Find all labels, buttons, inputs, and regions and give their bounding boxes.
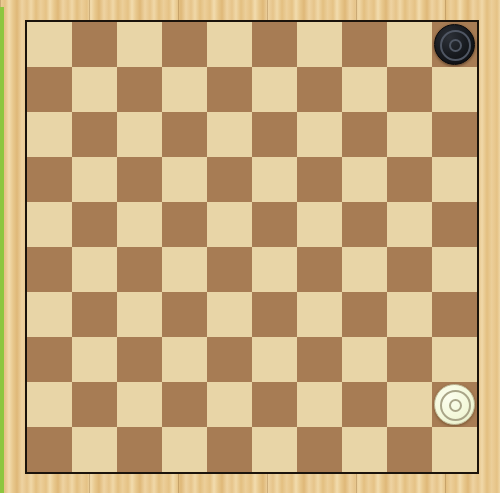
white-man-square-45[interactable] xyxy=(434,384,475,425)
dark-square-43[interactable] xyxy=(252,382,297,427)
dark-square-10[interactable] xyxy=(387,67,432,112)
light-square-r10c6 xyxy=(252,427,297,472)
dark-square-21[interactable] xyxy=(72,202,117,247)
dark-square-20[interactable] xyxy=(387,157,432,202)
dark-square-16[interactable] xyxy=(27,157,72,202)
dark-square-1[interactable] xyxy=(72,22,117,67)
light-square-r9c7 xyxy=(297,382,342,427)
light-square-r7c3 xyxy=(117,292,162,337)
light-square-r7c9 xyxy=(387,292,432,337)
light-square-r8c4 xyxy=(162,337,207,382)
light-square-r2c10 xyxy=(432,67,477,112)
light-square-r5c3 xyxy=(117,202,162,247)
dark-square-6[interactable] xyxy=(27,67,72,112)
dark-square-30[interactable] xyxy=(387,247,432,292)
dark-square-48[interactable] xyxy=(207,427,252,472)
light-square-r9c5 xyxy=(207,382,252,427)
light-square-r5c9 xyxy=(387,202,432,247)
dark-square-47[interactable] xyxy=(117,427,162,472)
light-square-r8c8 xyxy=(342,337,387,382)
light-square-r10c2 xyxy=(72,427,117,472)
dark-square-49[interactable] xyxy=(297,427,342,472)
light-square-r4c8 xyxy=(342,157,387,202)
light-square-r6c8 xyxy=(342,247,387,292)
dark-square-2[interactable] xyxy=(162,22,207,67)
dark-square-23[interactable] xyxy=(252,202,297,247)
dark-square-26[interactable] xyxy=(27,247,72,292)
dark-square-9[interactable] xyxy=(297,67,342,112)
dark-square-39[interactable] xyxy=(297,337,342,382)
light-square-r4c2 xyxy=(72,157,117,202)
dark-square-45[interactable] xyxy=(432,382,477,427)
light-square-r1c5 xyxy=(207,22,252,67)
dark-square-38[interactable] xyxy=(207,337,252,382)
dark-square-36[interactable] xyxy=(27,337,72,382)
light-square-r3c1 xyxy=(27,112,72,157)
dark-square-37[interactable] xyxy=(117,337,162,382)
light-square-r3c3 xyxy=(117,112,162,157)
left-edge-strip xyxy=(0,7,4,493)
dark-square-24[interactable] xyxy=(342,202,387,247)
dark-square-31[interactable] xyxy=(72,292,117,337)
dark-square-44[interactable] xyxy=(342,382,387,427)
dark-square-4[interactable] xyxy=(342,22,387,67)
dark-square-46[interactable] xyxy=(27,427,72,472)
light-square-r7c1 xyxy=(27,292,72,337)
dark-square-28[interactable] xyxy=(207,247,252,292)
light-square-r5c7 xyxy=(297,202,342,247)
light-square-r5c5 xyxy=(207,202,252,247)
light-square-r8c2 xyxy=(72,337,117,382)
light-square-r4c4 xyxy=(162,157,207,202)
dark-square-41[interactable] xyxy=(72,382,117,427)
dark-square-35[interactable] xyxy=(432,292,477,337)
piece-center-circle xyxy=(449,39,462,52)
light-square-r5c1 xyxy=(27,202,72,247)
dark-square-15[interactable] xyxy=(432,112,477,157)
dark-square-8[interactable] xyxy=(207,67,252,112)
black-man-square-5[interactable] xyxy=(434,24,475,65)
dark-square-3[interactable] xyxy=(252,22,297,67)
light-square-r7c7 xyxy=(297,292,342,337)
light-square-r2c8 xyxy=(342,67,387,112)
draughts-board xyxy=(25,20,479,474)
dark-square-50[interactable] xyxy=(387,427,432,472)
light-square-r4c6 xyxy=(252,157,297,202)
light-square-r2c2 xyxy=(72,67,117,112)
dark-square-11[interactable] xyxy=(72,112,117,157)
light-square-r3c5 xyxy=(207,112,252,157)
dark-square-42[interactable] xyxy=(162,382,207,427)
light-square-r2c6 xyxy=(252,67,297,112)
light-square-r7c5 xyxy=(207,292,252,337)
dark-square-19[interactable] xyxy=(297,157,342,202)
dark-square-33[interactable] xyxy=(252,292,297,337)
light-square-r8c6 xyxy=(252,337,297,382)
dark-square-13[interactable] xyxy=(252,112,297,157)
dark-square-40[interactable] xyxy=(387,337,432,382)
light-square-r9c3 xyxy=(117,382,162,427)
light-square-r2c4 xyxy=(162,67,207,112)
light-square-r10c10 xyxy=(432,427,477,472)
light-square-r9c1 xyxy=(27,382,72,427)
dark-square-5[interactable] xyxy=(432,22,477,67)
dark-square-12[interactable] xyxy=(162,112,207,157)
dark-square-17[interactable] xyxy=(117,157,162,202)
dark-square-18[interactable] xyxy=(207,157,252,202)
light-square-r1c3 xyxy=(117,22,162,67)
light-square-r1c1 xyxy=(27,22,72,67)
light-square-r3c7 xyxy=(297,112,342,157)
light-square-r10c4 xyxy=(162,427,207,472)
dark-square-7[interactable] xyxy=(117,67,162,112)
dark-square-22[interactable] xyxy=(162,202,207,247)
dark-square-32[interactable] xyxy=(162,292,207,337)
light-square-r1c7 xyxy=(297,22,342,67)
light-square-r1c9 xyxy=(387,22,432,67)
dark-square-29[interactable] xyxy=(297,247,342,292)
light-square-r6c2 xyxy=(72,247,117,292)
light-square-r4c10 xyxy=(432,157,477,202)
dark-square-27[interactable] xyxy=(117,247,162,292)
dark-square-25[interactable] xyxy=(432,202,477,247)
dark-square-14[interactable] xyxy=(342,112,387,157)
light-square-r9c9 xyxy=(387,382,432,427)
light-square-r3c9 xyxy=(387,112,432,157)
wooden-frame xyxy=(0,0,500,493)
light-square-r6c10 xyxy=(432,247,477,292)
light-square-r6c4 xyxy=(162,247,207,292)
light-square-r8c10 xyxy=(432,337,477,382)
piece-center-circle xyxy=(449,399,462,412)
dark-square-34[interactable] xyxy=(342,292,387,337)
light-square-r10c8 xyxy=(342,427,387,472)
light-square-r6c6 xyxy=(252,247,297,292)
